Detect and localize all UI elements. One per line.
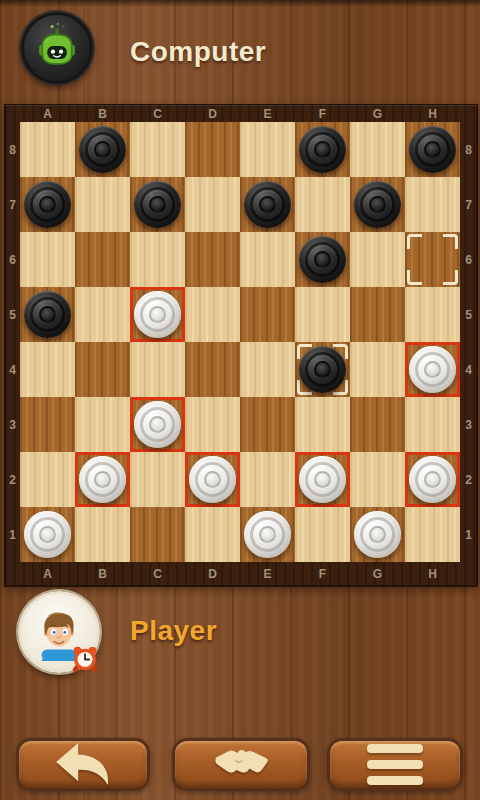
white-man-f2[interactable] — [299, 456, 346, 503]
square-h3[interactable] — [405, 397, 460, 452]
square-f1[interactable] — [295, 507, 350, 562]
white-man-c3[interactable] — [134, 401, 181, 448]
square-a8[interactable] — [20, 122, 75, 177]
square-f5[interactable] — [295, 287, 350, 342]
square-f3[interactable] — [295, 397, 350, 452]
square-e4[interactable] — [240, 342, 295, 397]
square-d3[interactable] — [185, 397, 240, 452]
square-d5[interactable] — [185, 287, 240, 342]
square-b3[interactable] — [75, 397, 130, 452]
rank-label: 1 — [5, 507, 20, 562]
white-man-g1[interactable] — [354, 511, 401, 558]
square-c5[interactable] — [130, 287, 185, 342]
file-label: F — [295, 562, 350, 586]
square-c2[interactable] — [130, 452, 185, 507]
square-a1[interactable] — [20, 507, 75, 562]
square-d8[interactable] — [185, 122, 240, 177]
square-e6[interactable] — [240, 232, 295, 287]
black-man-e7[interactable] — [244, 181, 291, 228]
square-a6[interactable] — [20, 232, 75, 287]
last-move-marker — [407, 234, 422, 249]
file-label: H — [405, 105, 460, 122]
square-g3[interactable] — [350, 397, 405, 452]
board-frame-corner — [460, 105, 477, 122]
square-g5[interactable] — [350, 287, 405, 342]
square-c1[interactable] — [130, 507, 185, 562]
square-e7[interactable] — [240, 177, 295, 232]
board-frame-corner — [5, 562, 20, 586]
rank-label: 8 — [460, 122, 477, 177]
file-label: E — [240, 105, 295, 122]
square-a4[interactable] — [20, 342, 75, 397]
black-man-b8[interactable] — [79, 126, 126, 173]
square-d6[interactable] — [185, 232, 240, 287]
square-f8[interactable] — [295, 122, 350, 177]
top-shadow — [0, 0, 480, 7]
last-move-marker — [407, 270, 422, 285]
hamburger-menu-icon — [367, 744, 423, 785]
white-man-b2[interactable] — [79, 456, 126, 503]
robot-icon — [31, 20, 83, 76]
white-man-e1[interactable] — [244, 511, 291, 558]
rank-label: 6 — [460, 232, 477, 287]
square-a7[interactable] — [20, 177, 75, 232]
square-g4[interactable] — [350, 342, 405, 397]
square-g7[interactable] — [350, 177, 405, 232]
rank-label: 3 — [460, 397, 477, 452]
square-b4[interactable] — [75, 342, 130, 397]
back-arrow-icon — [50, 740, 116, 790]
rank-label: 2 — [5, 452, 20, 507]
square-b5[interactable] — [75, 287, 130, 342]
white-man-h4[interactable] — [409, 346, 456, 393]
black-man-g7[interactable] — [354, 181, 401, 228]
square-e1[interactable] — [240, 507, 295, 562]
square-e3[interactable] — [240, 397, 295, 452]
computer-avatar — [21, 12, 93, 84]
square-d7[interactable] — [185, 177, 240, 232]
square-g8[interactable] — [350, 122, 405, 177]
file-label: D — [185, 562, 240, 586]
white-man-h2[interactable] — [409, 456, 456, 503]
file-label: A — [20, 105, 75, 122]
white-man-d2[interactable] — [189, 456, 236, 503]
file-label: F — [295, 105, 350, 122]
black-man-h8[interactable] — [409, 126, 456, 173]
file-label: A — [20, 562, 75, 586]
square-f4[interactable] — [295, 342, 350, 397]
board-frame-corner — [460, 562, 477, 586]
opponent-name: Computer — [130, 36, 266, 68]
file-label: B — [75, 562, 130, 586]
square-f2[interactable] — [295, 452, 350, 507]
square-c7[interactable] — [130, 177, 185, 232]
menu-button[interactable] — [327, 738, 463, 791]
square-g6[interactable] — [350, 232, 405, 287]
draw-offer-button[interactable] — [172, 738, 310, 791]
rank-label: 5 — [5, 287, 20, 342]
file-label: D — [185, 105, 240, 122]
square-f6[interactable] — [295, 232, 350, 287]
square-b1[interactable] — [75, 507, 130, 562]
square-h4[interactable] — [405, 342, 460, 397]
white-man-a1[interactable] — [24, 511, 71, 558]
white-man-c5[interactable] — [134, 291, 181, 338]
square-b6[interactable] — [75, 232, 130, 287]
square-e5[interactable] — [240, 287, 295, 342]
black-man-c7[interactable] — [134, 181, 181, 228]
black-man-a7[interactable] — [24, 181, 71, 228]
square-b8[interactable] — [75, 122, 130, 177]
handshake-icon — [212, 743, 270, 787]
rank-label: 4 — [5, 342, 20, 397]
black-man-f4[interactable] — [299, 346, 346, 393]
rank-label: 4 — [460, 342, 477, 397]
player-name: Player — [130, 615, 217, 647]
rank-label: 2 — [460, 452, 477, 507]
rank-label: 6 — [5, 232, 20, 287]
square-d2[interactable] — [185, 452, 240, 507]
black-man-a5[interactable] — [24, 291, 71, 338]
square-a5[interactable] — [20, 287, 75, 342]
square-b7[interactable] — [75, 177, 130, 232]
square-d1[interactable] — [185, 507, 240, 562]
square-c4[interactable] — [130, 342, 185, 397]
rank-label: 7 — [5, 177, 20, 232]
square-a3[interactable] — [20, 397, 75, 452]
board-frame-corner — [5, 105, 20, 122]
square-h1[interactable] — [405, 507, 460, 562]
square-h7[interactable] — [405, 177, 460, 232]
square-h8[interactable] — [405, 122, 460, 177]
black-man-f6[interactable] — [299, 236, 346, 283]
rank-label: 3 — [5, 397, 20, 452]
square-d4[interactable] — [185, 342, 240, 397]
square-h6[interactable] — [405, 232, 460, 287]
square-a2[interactable] — [20, 452, 75, 507]
file-label: H — [405, 562, 460, 586]
square-h2[interactable] — [405, 452, 460, 507]
rank-label: 1 — [460, 507, 477, 562]
square-g2[interactable] — [350, 452, 405, 507]
alarm-clock-icon — [70, 644, 100, 674]
square-g1[interactable] — [350, 507, 405, 562]
file-label: C — [130, 105, 185, 122]
game-screen: Computer ABCDEFGH8877665544332211ABCDEFG… — [0, 0, 480, 800]
square-h5[interactable] — [405, 287, 460, 342]
rank-label: 7 — [460, 177, 477, 232]
square-f7[interactable] — [295, 177, 350, 232]
square-e8[interactable] — [240, 122, 295, 177]
file-label: G — [350, 562, 405, 586]
last-move-marker — [443, 234, 458, 249]
square-e2[interactable] — [240, 452, 295, 507]
last-move-marker — [443, 270, 458, 285]
square-c6[interactable] — [130, 232, 185, 287]
back-button[interactable] — [16, 738, 150, 791]
file-label: G — [350, 105, 405, 122]
square-b2[interactable] — [75, 452, 130, 507]
checkers-board: ABCDEFGH8877665544332211ABCDEFGH — [4, 104, 478, 587]
square-c3[interactable] — [130, 397, 185, 452]
rank-label: 5 — [460, 287, 477, 342]
file-label: B — [75, 105, 130, 122]
black-man-f8[interactable] — [299, 126, 346, 173]
file-label: E — [240, 562, 295, 586]
rank-label: 8 — [5, 122, 20, 177]
square-c8[interactable] — [130, 122, 185, 177]
file-label: C — [130, 562, 185, 586]
